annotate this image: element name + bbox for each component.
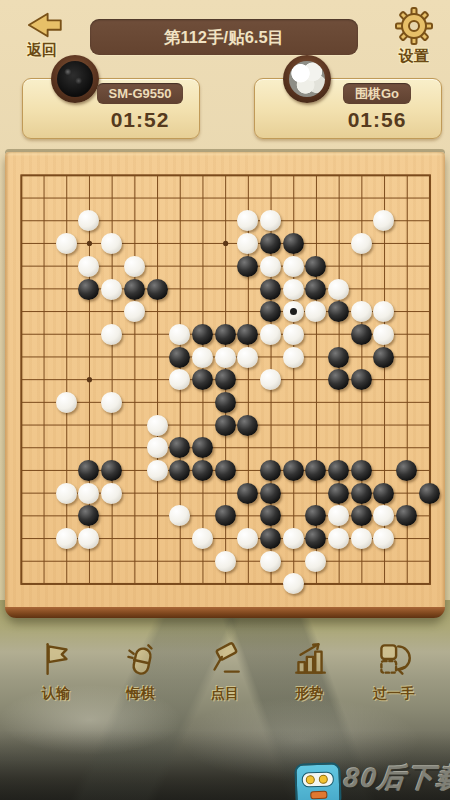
white-stone	[328, 528, 349, 549]
white-stone	[283, 301, 304, 322]
black-stone	[305, 279, 326, 300]
white-stone	[373, 528, 394, 549]
black-stone	[305, 256, 326, 277]
black-stone	[78, 460, 99, 481]
black-stone	[396, 460, 417, 481]
black-stone	[351, 505, 372, 526]
white-stone	[305, 551, 326, 572]
black-stone	[192, 437, 213, 458]
white-player-clock: 01:56	[348, 108, 407, 132]
settings-label: 设置	[386, 47, 442, 66]
white-stone	[78, 256, 99, 277]
white-stone	[283, 324, 304, 345]
white-stone	[283, 256, 304, 277]
black-stone	[124, 279, 145, 300]
black-stone	[260, 528, 281, 549]
white-stone	[56, 392, 77, 413]
white-stone	[147, 460, 168, 481]
white-stone	[328, 279, 349, 300]
white-stone	[215, 347, 236, 368]
black-stone	[169, 437, 190, 458]
pass-move-icon	[373, 638, 415, 684]
black-stone	[260, 483, 281, 504]
pass-move-button[interactable]: 过一手	[358, 638, 430, 703]
white-stone	[101, 324, 122, 345]
white-stone	[260, 369, 281, 390]
black-stone	[215, 369, 236, 390]
undo-move-button[interactable]: 悔棋	[105, 638, 177, 703]
black-stone	[305, 460, 326, 481]
white-stone	[56, 528, 77, 549]
white-stone	[283, 528, 304, 549]
white-stone	[101, 279, 122, 300]
resign-flag-icon	[35, 638, 77, 684]
black-stone	[192, 369, 213, 390]
black-stone	[215, 415, 236, 436]
settings-button[interactable]: 设置	[386, 6, 442, 66]
board-front-edge	[5, 607, 445, 618]
white-stone	[260, 256, 281, 277]
white-stone	[237, 347, 258, 368]
white-stone	[101, 392, 122, 413]
white-stone	[260, 324, 281, 345]
white-stone	[305, 301, 326, 322]
black-stone	[260, 279, 281, 300]
white-stone	[147, 415, 168, 436]
white-stone	[373, 324, 394, 345]
black-stone	[260, 301, 281, 322]
black-stone	[328, 483, 349, 504]
black-stone	[78, 279, 99, 300]
white-stone	[373, 301, 394, 322]
white-stone	[351, 528, 372, 549]
white-stone	[169, 505, 190, 526]
black-stone	[351, 460, 372, 481]
black-stone	[396, 505, 417, 526]
black-stone	[260, 505, 281, 526]
black-stone	[328, 347, 349, 368]
territory-estimate-button[interactable]: 形势	[274, 638, 346, 703]
black-stone	[237, 415, 258, 436]
back-button[interactable]: 返回	[14, 10, 70, 60]
black-stone	[260, 460, 281, 481]
white-stone	[237, 210, 258, 231]
black-stone	[169, 460, 190, 481]
black-stone	[283, 460, 304, 481]
white-stone	[373, 210, 394, 231]
white-stone	[56, 233, 77, 254]
undo-move-icon	[120, 638, 162, 684]
black-stone	[305, 505, 326, 526]
white-stone	[78, 483, 99, 504]
count-points-gavel-icon	[204, 638, 246, 684]
white-player-panel: 围棋Go 01:56	[254, 78, 442, 139]
back-label: 返回	[14, 41, 70, 60]
white-stone	[124, 256, 145, 277]
white-stone	[169, 369, 190, 390]
black-stone	[283, 233, 304, 254]
game-toolbar: 认输 悔棋 点目	[0, 638, 450, 703]
resign-button[interactable]: 认输	[20, 638, 92, 703]
move-status-bar: 第112手/贴6.5目	[90, 19, 358, 55]
black-stone	[373, 483, 394, 504]
territory-chart-icon	[289, 638, 331, 684]
black-stone	[147, 279, 168, 300]
black-stone	[192, 324, 213, 345]
black-stone	[305, 528, 326, 549]
white-stone	[373, 505, 394, 526]
black-stone	[351, 324, 372, 345]
white-stone	[78, 528, 99, 549]
white-stone	[215, 551, 236, 572]
black-stone	[328, 460, 349, 481]
white-stone	[101, 483, 122, 504]
count-points-button[interactable]: 点目	[189, 638, 261, 703]
white-stone	[192, 528, 213, 549]
black-player-clock: 01:52	[111, 108, 170, 132]
black-stone	[169, 347, 190, 368]
white-stone	[56, 483, 77, 504]
black-stone	[215, 324, 236, 345]
white-stone	[351, 301, 372, 322]
black-stone	[237, 256, 258, 277]
board-stones-grid	[10, 164, 441, 595]
last-move-marker	[290, 308, 297, 315]
white-stone	[237, 233, 258, 254]
white-stone	[101, 233, 122, 254]
black-stone	[215, 460, 236, 481]
white-stone	[237, 528, 258, 549]
white-stone	[283, 347, 304, 368]
black-stone	[237, 324, 258, 345]
back-arrow-icon	[14, 10, 70, 40]
black-player-panel: SM-G9550 01:52	[22, 78, 200, 139]
black-stone	[328, 301, 349, 322]
white-stone	[351, 233, 372, 254]
black-stone	[192, 460, 213, 481]
white-stone	[147, 437, 168, 458]
white-stone	[192, 347, 213, 368]
black-stone	[373, 347, 394, 368]
white-stone	[283, 573, 304, 594]
black-stone	[215, 505, 236, 526]
black-player-name: SM-G9550	[97, 83, 184, 104]
black-stone	[419, 483, 440, 504]
black-stone	[328, 369, 349, 390]
white-stone	[260, 551, 281, 572]
white-player-name: 围棋Go	[343, 83, 411, 104]
black-stone	[351, 369, 372, 390]
white-stone	[260, 210, 281, 231]
black-stone	[351, 483, 372, 504]
white-stone	[328, 505, 349, 526]
black-stone	[215, 392, 236, 413]
white-stone	[124, 301, 145, 322]
gear-icon	[386, 6, 442, 46]
black-stone	[237, 483, 258, 504]
go-board[interactable]	[5, 152, 445, 618]
white-stone	[283, 279, 304, 300]
black-stone	[78, 505, 99, 526]
black-stone	[101, 460, 122, 481]
white-stone	[78, 210, 99, 231]
black-stone	[260, 233, 281, 254]
white-stone	[169, 324, 190, 345]
